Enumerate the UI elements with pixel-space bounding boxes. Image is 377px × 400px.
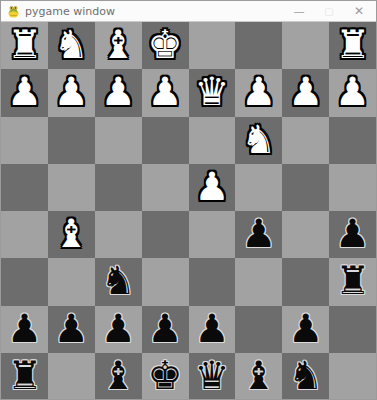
square-c3[interactable]: ♞: [235, 117, 282, 164]
square-d3[interactable]: [189, 117, 236, 164]
white-pawn[interactable]: ♟: [54, 72, 89, 111]
square-e3[interactable]: [142, 117, 189, 164]
square-b1[interactable]: [282, 22, 329, 69]
white-pawn[interactable]: ♟: [7, 72, 42, 111]
black-rook[interactable]: ♜: [335, 261, 370, 300]
square-f4[interactable]: [95, 164, 142, 211]
square-f8[interactable]: ♝: [95, 353, 142, 400]
square-e8[interactable]: ♚: [142, 353, 189, 400]
square-b4[interactable]: [282, 164, 329, 211]
square-f3[interactable]: [95, 117, 142, 164]
square-d6[interactable]: [189, 258, 236, 305]
minimize-button[interactable]: —: [284, 1, 314, 22]
square-h2[interactable]: ♟: [1, 69, 48, 116]
square-f6[interactable]: ♞: [95, 258, 142, 305]
white-rook[interactable]: ♜: [7, 25, 42, 64]
square-h1[interactable]: ♜: [1, 22, 48, 69]
chess-board: ♜♞♝♚♜♟♟♟♟♛♟♟♟♞♟♝♟♟♞♜♟♟♟♟♟♟♜♝♚♛♝♞: [1, 22, 376, 400]
square-c6[interactable]: [235, 258, 282, 305]
maximize-button[interactable]: ▢: [314, 1, 344, 22]
square-c2[interactable]: ♟: [235, 69, 282, 116]
white-knight[interactable]: ♞: [54, 25, 89, 64]
square-g6[interactable]: [48, 258, 95, 305]
square-a6[interactable]: ♜: [329, 258, 376, 305]
square-c4[interactable]: [235, 164, 282, 211]
square-f1[interactable]: ♝: [95, 22, 142, 69]
square-e6[interactable]: [142, 258, 189, 305]
square-f5[interactable]: [95, 211, 142, 258]
square-e7[interactable]: ♟: [142, 306, 189, 353]
square-c7[interactable]: [235, 306, 282, 353]
square-e2[interactable]: ♟: [142, 69, 189, 116]
square-h8[interactable]: ♜: [1, 353, 48, 400]
square-g2[interactable]: ♟: [48, 69, 95, 116]
black-pawn[interactable]: ♟: [194, 309, 229, 348]
black-pawn[interactable]: ♟: [101, 309, 136, 348]
square-h5[interactable]: [1, 211, 48, 258]
white-pawn[interactable]: ♟: [148, 72, 183, 111]
square-d4[interactable]: ♟: [189, 164, 236, 211]
square-a2[interactable]: ♟: [329, 69, 376, 116]
square-e5[interactable]: [142, 211, 189, 258]
white-pawn[interactable]: ♟: [288, 72, 323, 111]
black-pawn[interactable]: ♟: [335, 214, 370, 253]
square-g1[interactable]: ♞: [48, 22, 95, 69]
square-f2[interactable]: ♟: [95, 69, 142, 116]
black-pawn[interactable]: ♟: [148, 309, 183, 348]
square-g5[interactable]: ♝: [48, 211, 95, 258]
square-g4[interactable]: [48, 164, 95, 211]
black-bishop[interactable]: ♝: [101, 356, 136, 395]
square-b7[interactable]: ♟: [282, 306, 329, 353]
square-a8[interactable]: [329, 353, 376, 400]
close-button[interactable]: ✕: [344, 1, 374, 22]
square-g7[interactable]: ♟: [48, 306, 95, 353]
square-c1[interactable]: [235, 22, 282, 69]
square-h7[interactable]: ♟: [1, 306, 48, 353]
square-a4[interactable]: [329, 164, 376, 211]
title-bar[interactable]: pygame window — ▢ ✕: [1, 1, 376, 22]
square-c5[interactable]: ♟: [235, 211, 282, 258]
black-pawn[interactable]: ♟: [241, 214, 276, 253]
square-b8[interactable]: ♞: [282, 353, 329, 400]
white-pawn[interactable]: ♟: [101, 72, 136, 111]
white-bishop[interactable]: ♝: [54, 214, 89, 253]
square-d7[interactable]: ♟: [189, 306, 236, 353]
white-rook[interactable]: ♜: [335, 25, 370, 64]
square-c8[interactable]: ♝: [235, 353, 282, 400]
black-pawn[interactable]: ♟: [288, 309, 323, 348]
black-bishop[interactable]: ♝: [241, 356, 276, 395]
pygame-window: pygame window — ▢ ✕ ♜♞♝♚♜♟♟♟♟♛♟♟♟♞♟♝♟♟♞♜…: [0, 0, 377, 400]
white-pawn[interactable]: ♟: [335, 72, 370, 111]
square-d2[interactable]: ♛: [189, 69, 236, 116]
square-d5[interactable]: [189, 211, 236, 258]
square-b3[interactable]: [282, 117, 329, 164]
square-d8[interactable]: ♛: [189, 353, 236, 400]
square-b6[interactable]: [282, 258, 329, 305]
square-e4[interactable]: [142, 164, 189, 211]
white-knight[interactable]: ♞: [241, 120, 276, 159]
square-b5[interactable]: [282, 211, 329, 258]
white-queen[interactable]: ♛: [194, 72, 229, 111]
white-pawn[interactable]: ♟: [194, 167, 229, 206]
white-king[interactable]: ♚: [148, 25, 183, 64]
black-pawn[interactable]: ♟: [54, 309, 89, 348]
square-h4[interactable]: [1, 164, 48, 211]
square-a7[interactable]: [329, 306, 376, 353]
square-d1[interactable]: [189, 22, 236, 69]
square-a1[interactable]: ♜: [329, 22, 376, 69]
square-a3[interactable]: [329, 117, 376, 164]
black-knight[interactable]: ♞: [288, 356, 323, 395]
square-e1[interactable]: ♚: [142, 22, 189, 69]
black-rook[interactable]: ♜: [7, 356, 42, 395]
square-a5[interactable]: ♟: [329, 211, 376, 258]
pygame-icon: [7, 5, 20, 18]
square-b2[interactable]: ♟: [282, 69, 329, 116]
square-h6[interactable]: [1, 258, 48, 305]
white-bishop[interactable]: ♝: [101, 25, 136, 64]
square-g3[interactable]: [48, 117, 95, 164]
black-pawn[interactable]: ♟: [7, 309, 42, 348]
square-h3[interactable]: [1, 117, 48, 164]
white-pawn[interactable]: ♟: [241, 72, 276, 111]
window-title: pygame window: [25, 1, 284, 22]
black-king[interactable]: ♚: [148, 356, 183, 395]
square-f7[interactable]: ♟: [95, 306, 142, 353]
black-queen[interactable]: ♛: [194, 356, 229, 395]
square-g8[interactable]: [48, 353, 95, 400]
black-knight[interactable]: ♞: [101, 261, 136, 300]
